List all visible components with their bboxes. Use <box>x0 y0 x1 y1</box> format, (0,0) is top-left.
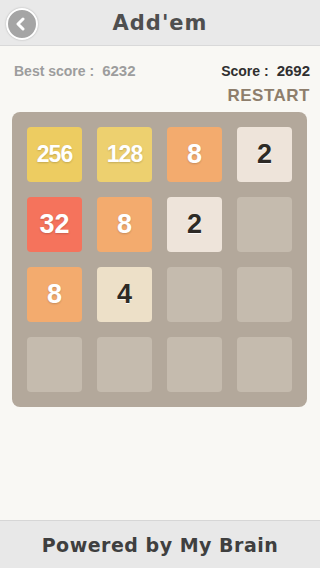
score-label: Score : <box>221 63 268 79</box>
empty-cell <box>237 337 292 392</box>
empty-cell <box>27 337 82 392</box>
best-score-value: 6232 <box>102 62 135 79</box>
tile-4: 4 <box>97 267 152 322</box>
board[interactable]: 25612882328284 <box>12 112 307 407</box>
page-title: Add'em <box>0 0 320 46</box>
empty-cell <box>237 267 292 322</box>
tile-8: 8 <box>167 127 222 182</box>
score-value: 2692 <box>277 62 310 79</box>
tile-8: 8 <box>97 197 152 252</box>
score-row: Best score :6232 Score :2692 <box>14 62 310 79</box>
footer-bar: Powered by My Brain <box>0 520 320 568</box>
empty-cell <box>167 337 222 392</box>
restart-row: RESTART <box>227 86 310 106</box>
tile-128: 128 <box>97 127 152 182</box>
footer-text: Powered by My Brain <box>42 534 279 556</box>
top-bar: Add'em <box>0 0 320 46</box>
empty-cell <box>167 267 222 322</box>
best-score: Best score :6232 <box>14 62 136 79</box>
tile-2: 2 <box>237 127 292 182</box>
tile-2: 2 <box>167 197 222 252</box>
empty-cell <box>97 337 152 392</box>
tile-8: 8 <box>27 267 82 322</box>
tile-32: 32 <box>27 197 82 252</box>
empty-cell <box>237 197 292 252</box>
restart-button[interactable]: RESTART <box>227 86 310 106</box>
tile-256: 256 <box>27 127 82 182</box>
current-score: Score :2692 <box>221 62 310 79</box>
best-score-label: Best score : <box>14 63 94 79</box>
